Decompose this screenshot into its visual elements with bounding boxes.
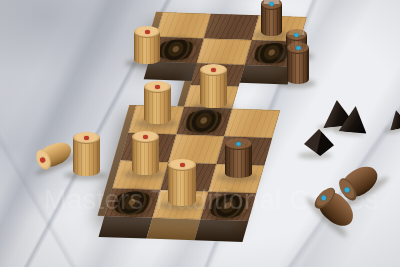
board-square-small-r1c1	[156, 12, 211, 38]
board-square-small-r1c2	[204, 14, 259, 40]
blue-dot-icon	[236, 142, 241, 146]
peg-top-cap	[200, 64, 227, 76]
die-pyramid-2	[338, 104, 369, 134]
die-shadow	[298, 152, 332, 159]
rosette-mark	[109, 190, 156, 215]
die-pyramid-4-clipped	[386, 108, 400, 131]
peg-top-cap	[73, 132, 100, 144]
dark-peg-small-r1c3	[261, 0, 282, 36]
board-side-face-cell	[99, 216, 153, 238]
light-peg-big-r1c1	[144, 81, 171, 124]
light-peg-big-r4c2	[168, 159, 196, 206]
peg-top-cap	[134, 26, 160, 38]
red-dot-icon	[145, 30, 150, 34]
board-square-small-r2c2	[197, 38, 252, 64]
die-face	[338, 104, 369, 134]
peg-top-cap	[287, 42, 309, 54]
light-peg-table-left-standing	[73, 132, 100, 176]
blue-dot-icon	[296, 46, 301, 50]
board-square-big-r4c3	[200, 192, 256, 221]
dark-peg-table-right-front	[287, 42, 309, 84]
peg-body	[168, 165, 196, 206]
peg-top-cap	[168, 159, 196, 171]
peg-top-cap	[286, 29, 307, 41]
marble-table: Masters Traditional Games	[0, 0, 400, 267]
light-peg-table-left-lying	[35, 137, 75, 170]
red-dot-icon	[211, 68, 216, 72]
light-peg-table-near-small-block	[134, 26, 160, 64]
rosette-mark	[205, 194, 252, 219]
dark-peg-table-bottom-lying-rear	[337, 160, 382, 202]
blue-dot-icon	[269, 2, 274, 6]
light-peg-big-r3c1	[132, 131, 159, 175]
red-dot-icon	[155, 85, 160, 89]
dark-peg-big-r3c3	[225, 138, 252, 178]
light-peg-bridge	[200, 64, 227, 108]
board-side-face-cell	[146, 218, 200, 240]
board-square-big-r1c3	[224, 108, 280, 137]
red-dot-icon	[143, 135, 148, 139]
peg-top-cap	[261, 0, 282, 10]
peg-top-cap	[132, 131, 159, 143]
rosette-mark	[153, 39, 199, 61]
board-square-big-r4c1	[104, 188, 160, 217]
peg-top-cap	[144, 81, 171, 93]
blue-dot-icon	[294, 33, 299, 37]
board-side-face-cell	[194, 219, 248, 241]
rosette-mark	[181, 109, 228, 134]
die-pyramid-3	[304, 129, 334, 156]
red-dot-icon	[180, 163, 185, 167]
peg-top-cap	[225, 138, 252, 150]
red-dot-icon	[84, 136, 89, 140]
